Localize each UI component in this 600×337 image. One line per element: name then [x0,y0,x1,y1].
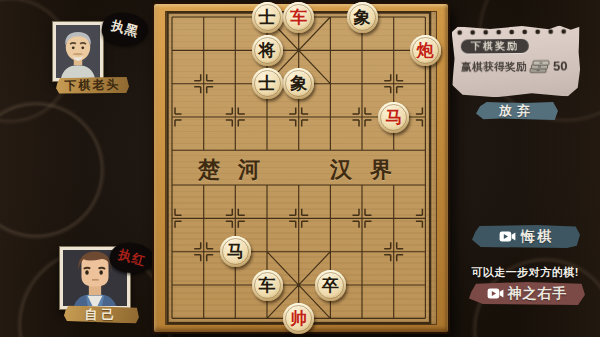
undo-label: 悔棋 [521,228,553,246]
piece-black-士[interactable]: 士 [252,2,283,33]
piece-red-炮[interactable]: 炮 [410,35,441,66]
piece-glyph: 卒 [322,277,339,294]
self-name: 自己 [84,305,118,324]
reward-line: 赢棋获得奖励 50 [461,58,568,74]
piece-black-将[interactable]: 将 [252,35,283,66]
god-hand-tip: 可以走一步对方的棋! [450,265,600,280]
opponent-side-label: 执黑 [109,16,141,41]
piece-black-士[interactable]: 士 [252,68,283,99]
self-side-label: 执红 [116,245,148,270]
piece-glyph: 士 [259,75,276,92]
give-up-label: 放弃 [499,102,535,120]
piece-glyph: 马 [385,109,402,126]
xiangqi-game-screen: 执黑 下棋老头 [0,0,600,337]
reward-title-badge: 下棋奖励 [461,39,529,54]
piece-black-马[interactable]: 马 [220,236,251,267]
piece-glyph: 马 [227,243,244,260]
piece-glyph: 帅 [290,310,307,327]
river-label-chuhe: 楚河 [198,155,278,185]
opponent-avatar [56,25,100,78]
god-hand-button[interactable]: 神之右手 [469,282,585,305]
reward-amount: 50 [553,58,568,73]
piece-black-车[interactable]: 车 [252,270,283,301]
video-ad-icon [487,287,504,300]
opponent-side-badge: 执黑 [100,10,150,47]
self-name-ribbon: 自己 [64,305,139,323]
piece-glyph: 炮 [417,42,434,59]
opponent-name: 下棋老头 [64,76,120,94]
video-ad-icon [499,230,516,243]
undo-move-button[interactable]: 悔棋 [472,225,580,248]
opponent-name-ribbon: 下棋老头 [56,76,129,95]
money-stack-icon [529,59,551,73]
piece-black-卒[interactable]: 卒 [315,270,346,301]
river-label-hanjie: 汉界 [330,155,410,185]
reward-description: 赢棋获得奖励 [461,59,527,74]
piece-glyph: 将 [259,42,276,59]
piece-glyph: 象 [354,9,371,26]
piece-glyph: 象 [290,75,307,92]
xiangqi-board[interactable]: 楚河 汉界 士车象将炮士象马马车卒帅 [152,2,450,334]
old-man-portrait [56,25,100,78]
opponent-avatar-frame [52,21,104,82]
piece-glyph: 士 [259,9,276,26]
piece-glyph: 车 [290,9,307,26]
piece-red-车[interactable]: 车 [283,2,314,33]
paper-punch-holes [457,27,574,37]
reward-title: 下棋奖励 [471,39,519,54]
god-hand-label: 神之右手 [508,285,568,303]
reward-note: 下棋奖励 赢棋获得奖励 50 [452,25,581,97]
give-up-button[interactable]: 放弃 [476,102,558,120]
piece-red-帅[interactable]: 帅 [283,303,314,334]
piece-red-马[interactable]: 马 [378,102,409,133]
piece-black-象[interactable]: 象 [347,2,378,33]
piece-glyph: 车 [259,277,276,294]
